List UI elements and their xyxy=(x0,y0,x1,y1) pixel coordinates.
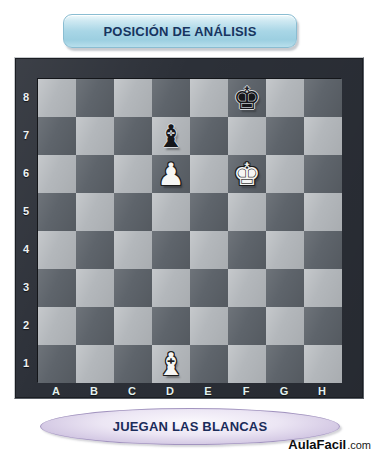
square-c1[interactable] xyxy=(114,345,152,383)
piece-white-king[interactable]: ♚ xyxy=(228,155,266,193)
square-h5[interactable] xyxy=(304,193,342,231)
rank-labels: 87654321 xyxy=(15,78,37,382)
square-c5[interactable] xyxy=(114,193,152,231)
square-d1[interactable]: ♝ xyxy=(152,345,190,383)
square-a6[interactable] xyxy=(38,155,76,193)
square-d3[interactable] xyxy=(152,269,190,307)
file-label-f: F xyxy=(227,382,265,399)
square-d4[interactable] xyxy=(152,231,190,269)
square-e2[interactable] xyxy=(190,307,228,345)
square-g1[interactable] xyxy=(266,345,304,383)
square-d6[interactable]: ♟ xyxy=(152,155,190,193)
square-h3[interactable] xyxy=(304,269,342,307)
turn-banner-label: JUEGAN LAS BLANCAS xyxy=(113,419,268,434)
square-c3[interactable] xyxy=(114,269,152,307)
piece-black-king[interactable]: ♚ xyxy=(228,79,266,117)
square-e5[interactable] xyxy=(190,193,228,231)
file-labels: ABCDEFGH xyxy=(37,382,341,399)
file-label-a: A xyxy=(37,382,75,399)
square-g8[interactable] xyxy=(266,79,304,117)
analysis-diagram: POSICIÓN DE ANÁLISIS 87654321 ♚♝♟♚♝ ABCD… xyxy=(0,0,379,456)
square-h1[interactable] xyxy=(304,345,342,383)
watermark-tld: .com xyxy=(347,439,371,451)
file-label-e: E xyxy=(189,382,227,399)
file-label-g: G xyxy=(265,382,303,399)
square-f2[interactable] xyxy=(228,307,266,345)
rank-label-1: 1 xyxy=(15,344,37,382)
square-h2[interactable] xyxy=(304,307,342,345)
square-f1[interactable] xyxy=(228,345,266,383)
square-d2[interactable] xyxy=(152,307,190,345)
header-banner: POSICIÓN DE ANÁLISIS xyxy=(63,14,297,48)
square-b4[interactable] xyxy=(76,231,114,269)
file-label-b: B xyxy=(75,382,113,399)
square-g5[interactable] xyxy=(266,193,304,231)
file-label-c: C xyxy=(113,382,151,399)
rank-label-3: 3 xyxy=(15,268,37,306)
square-e4[interactable] xyxy=(190,231,228,269)
square-c4[interactable] xyxy=(114,231,152,269)
piece-white-pawn[interactable]: ♟ xyxy=(152,155,190,193)
piece-white-bishop[interactable]: ♝ xyxy=(152,345,190,383)
square-f7[interactable] xyxy=(228,117,266,155)
square-c6[interactable] xyxy=(114,155,152,193)
square-b3[interactable] xyxy=(76,269,114,307)
square-e7[interactable] xyxy=(190,117,228,155)
square-f8[interactable]: ♚ xyxy=(228,79,266,117)
rank-label-5: 5 xyxy=(15,192,37,230)
square-h8[interactable] xyxy=(304,79,342,117)
square-f3[interactable] xyxy=(228,269,266,307)
square-g2[interactable] xyxy=(266,307,304,345)
square-g6[interactable] xyxy=(266,155,304,193)
square-e8[interactable] xyxy=(190,79,228,117)
square-b8[interactable] xyxy=(76,79,114,117)
square-d7[interactable]: ♝ xyxy=(152,117,190,155)
square-a2[interactable] xyxy=(38,307,76,345)
square-a8[interactable] xyxy=(38,79,76,117)
rank-label-7: 7 xyxy=(15,116,37,154)
rank-label-8: 8 xyxy=(15,78,37,116)
watermark: AulaFacil .com xyxy=(288,437,371,452)
board-grid: ♚♝♟♚♝ xyxy=(37,78,341,382)
square-f4[interactable] xyxy=(228,231,266,269)
header-banner-label: POSICIÓN DE ANÁLISIS xyxy=(103,24,256,39)
file-label-h: H xyxy=(303,382,341,399)
square-h7[interactable] xyxy=(304,117,342,155)
square-c8[interactable] xyxy=(114,79,152,117)
square-c7[interactable] xyxy=(114,117,152,155)
square-d8[interactable] xyxy=(152,79,190,117)
square-b2[interactable] xyxy=(76,307,114,345)
square-a3[interactable] xyxy=(38,269,76,307)
chess-board: 87654321 ♚♝♟♚♝ ABCDEFGH xyxy=(14,57,364,399)
rank-label-4: 4 xyxy=(15,230,37,268)
rank-label-2: 2 xyxy=(15,306,37,344)
square-h6[interactable] xyxy=(304,155,342,193)
square-g7[interactable] xyxy=(266,117,304,155)
square-b5[interactable] xyxy=(76,193,114,231)
square-b7[interactable] xyxy=(76,117,114,155)
square-a1[interactable] xyxy=(38,345,76,383)
square-e3[interactable] xyxy=(190,269,228,307)
square-a4[interactable] xyxy=(38,231,76,269)
watermark-brand: AulaFacil xyxy=(288,437,346,452)
square-a5[interactable] xyxy=(38,193,76,231)
square-h4[interactable] xyxy=(304,231,342,269)
rank-label-6: 6 xyxy=(15,154,37,192)
square-c2[interactable] xyxy=(114,307,152,345)
square-b6[interactable] xyxy=(76,155,114,193)
square-b1[interactable] xyxy=(76,345,114,383)
file-label-d: D xyxy=(151,382,189,399)
square-e6[interactable] xyxy=(190,155,228,193)
square-f5[interactable] xyxy=(228,193,266,231)
square-g4[interactable] xyxy=(266,231,304,269)
square-f6[interactable]: ♚ xyxy=(228,155,266,193)
square-a7[interactable] xyxy=(38,117,76,155)
square-d5[interactable] xyxy=(152,193,190,231)
square-g3[interactable] xyxy=(266,269,304,307)
piece-black-bishop[interactable]: ♝ xyxy=(152,117,190,155)
square-e1[interactable] xyxy=(190,345,228,383)
